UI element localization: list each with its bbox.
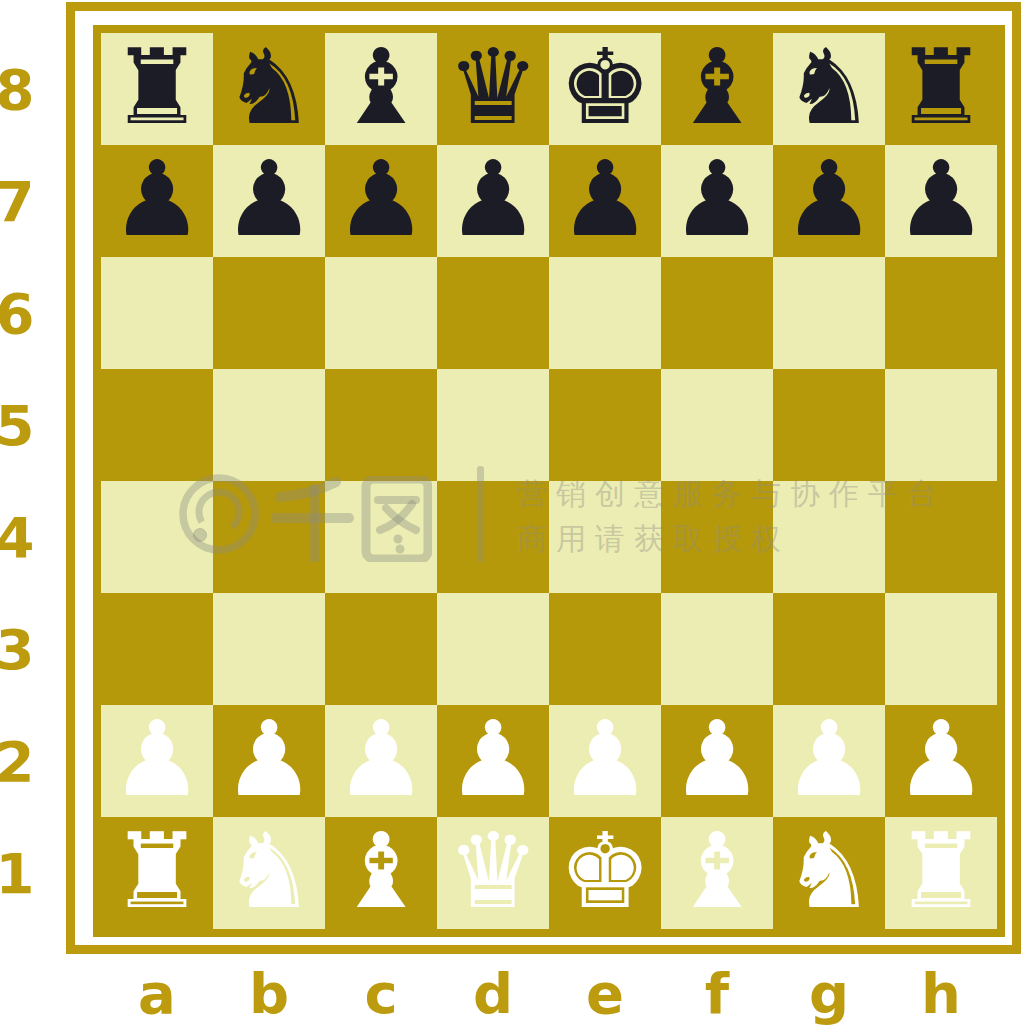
square-h3[interactable] (885, 593, 997, 705)
square-g6[interactable] (773, 257, 885, 369)
square-b2[interactable]: ♟ (213, 705, 325, 817)
square-b4[interactable] (213, 481, 325, 593)
square-g1[interactable]: ♞ (773, 817, 885, 929)
square-d8[interactable]: ♛ (437, 33, 549, 145)
black-pawn: ♟ (222, 147, 315, 251)
rank-label-1: 1 (0, 817, 40, 929)
square-f1[interactable]: ♝ (661, 817, 773, 929)
square-e8[interactable]: ♚ (549, 33, 661, 145)
white-rook: ♜ (110, 819, 203, 923)
black-pawn: ♟ (110, 147, 203, 251)
file-label-c: c (325, 962, 437, 1024)
file-label-f: f (661, 962, 773, 1024)
square-a2[interactable]: ♟ (101, 705, 213, 817)
square-g2[interactable]: ♟ (773, 705, 885, 817)
square-f2[interactable]: ♟ (661, 705, 773, 817)
file-label-d: d (437, 962, 549, 1024)
square-f8[interactable]: ♝ (661, 33, 773, 145)
square-a8[interactable]: ♜ (101, 33, 213, 145)
square-g4[interactable] (773, 481, 885, 593)
square-c4[interactable] (325, 481, 437, 593)
rank-label-7: 7 (0, 145, 40, 257)
square-a1[interactable]: ♜ (101, 817, 213, 929)
file-label-h: h (885, 962, 997, 1024)
white-queen: ♛ (446, 819, 539, 923)
square-g3[interactable] (773, 593, 885, 705)
square-d6[interactable] (437, 257, 549, 369)
chess-board: ♜♞♝♛♚♝♞♜♟♟♟♟♟♟♟♟♟♟♟♟♟♟♟♟♜♞♝♛♚♝♞♜ (93, 25, 1005, 937)
square-a4[interactable] (101, 481, 213, 593)
square-h2[interactable]: ♟ (885, 705, 997, 817)
black-king: ♚ (558, 35, 651, 139)
white-pawn: ♟ (782, 707, 875, 811)
square-c8[interactable]: ♝ (325, 33, 437, 145)
square-e5[interactable] (549, 369, 661, 481)
white-bishop: ♝ (670, 819, 763, 923)
file-label-g: g (773, 962, 885, 1024)
square-e1[interactable]: ♚ (549, 817, 661, 929)
white-bishop: ♝ (334, 819, 427, 923)
square-b7[interactable]: ♟ (213, 145, 325, 257)
square-f3[interactable] (661, 593, 773, 705)
square-e2[interactable]: ♟ (549, 705, 661, 817)
square-c5[interactable] (325, 369, 437, 481)
white-knight: ♞ (782, 819, 875, 923)
white-king: ♚ (558, 819, 651, 923)
square-b1[interactable]: ♞ (213, 817, 325, 929)
square-a6[interactable] (101, 257, 213, 369)
square-h1[interactable]: ♜ (885, 817, 997, 929)
square-d1[interactable]: ♛ (437, 817, 549, 929)
square-b5[interactable] (213, 369, 325, 481)
square-c3[interactable] (325, 593, 437, 705)
square-g8[interactable]: ♞ (773, 33, 885, 145)
square-b6[interactable] (213, 257, 325, 369)
black-knight: ♞ (222, 35, 315, 139)
white-pawn: ♟ (222, 707, 315, 811)
black-knight: ♞ (782, 35, 875, 139)
white-knight: ♞ (222, 819, 315, 923)
square-d4[interactable] (437, 481, 549, 593)
white-pawn: ♟ (446, 707, 539, 811)
square-d2[interactable]: ♟ (437, 705, 549, 817)
square-c2[interactable]: ♟ (325, 705, 437, 817)
square-d5[interactable] (437, 369, 549, 481)
square-f4[interactable] (661, 481, 773, 593)
white-rook: ♜ (894, 819, 987, 923)
square-h6[interactable] (885, 257, 997, 369)
black-bishop: ♝ (334, 35, 427, 139)
black-queen: ♛ (446, 35, 539, 139)
black-rook: ♜ (110, 35, 203, 139)
rank-labels: 87654321 (0, 33, 40, 929)
black-bishop: ♝ (670, 35, 763, 139)
square-f7[interactable]: ♟ (661, 145, 773, 257)
rank-label-4: 4 (0, 481, 40, 593)
black-pawn: ♟ (334, 147, 427, 251)
square-c1[interactable]: ♝ (325, 817, 437, 929)
black-pawn: ♟ (894, 147, 987, 251)
square-h7[interactable]: ♟ (885, 145, 997, 257)
square-a5[interactable] (101, 369, 213, 481)
square-h5[interactable] (885, 369, 997, 481)
file-label-e: e (549, 962, 661, 1024)
square-f6[interactable] (661, 257, 773, 369)
black-pawn: ♟ (446, 147, 539, 251)
black-pawn: ♟ (558, 147, 651, 251)
rank-label-5: 5 (0, 369, 40, 481)
square-b8[interactable]: ♞ (213, 33, 325, 145)
square-a3[interactable] (101, 593, 213, 705)
chess-diagram: 87654321 ♜♞♝♛♚♝♞♜♟♟♟♟♟♟♟♟♟♟♟♟♟♟♟♟♜♞♝♛♚♝♞… (0, 0, 1024, 1030)
white-pawn: ♟ (670, 707, 763, 811)
square-b3[interactable] (213, 593, 325, 705)
file-label-a: a (101, 962, 213, 1024)
board-grid: ♜♞♝♛♚♝♞♜♟♟♟♟♟♟♟♟♟♟♟♟♟♟♟♟♜♞♝♛♚♝♞♜ (101, 33, 997, 929)
square-f5[interactable] (661, 369, 773, 481)
square-g5[interactable] (773, 369, 885, 481)
white-pawn: ♟ (894, 707, 987, 811)
square-e3[interactable] (549, 593, 661, 705)
square-h4[interactable] (885, 481, 997, 593)
file-label-b: b (213, 962, 325, 1024)
square-a7[interactable]: ♟ (101, 145, 213, 257)
file-labels: abcdefgh (101, 962, 997, 1024)
white-pawn: ♟ (110, 707, 203, 811)
black-rook: ♜ (894, 35, 987, 139)
square-d3[interactable] (437, 593, 549, 705)
square-g7[interactable]: ♟ (773, 145, 885, 257)
white-pawn: ♟ (334, 707, 427, 811)
square-e7[interactable]: ♟ (549, 145, 661, 257)
black-pawn: ♟ (782, 147, 875, 251)
rank-label-8: 8 (0, 33, 40, 145)
black-pawn: ♟ (670, 147, 763, 251)
rank-label-6: 6 (0, 257, 40, 369)
square-d7[interactable]: ♟ (437, 145, 549, 257)
square-h8[interactable]: ♜ (885, 33, 997, 145)
rank-label-2: 2 (0, 705, 40, 817)
square-c6[interactable] (325, 257, 437, 369)
white-pawn: ♟ (558, 707, 651, 811)
rank-label-3: 3 (0, 593, 40, 705)
square-c7[interactable]: ♟ (325, 145, 437, 257)
square-e4[interactable] (549, 481, 661, 593)
square-e6[interactable] (549, 257, 661, 369)
